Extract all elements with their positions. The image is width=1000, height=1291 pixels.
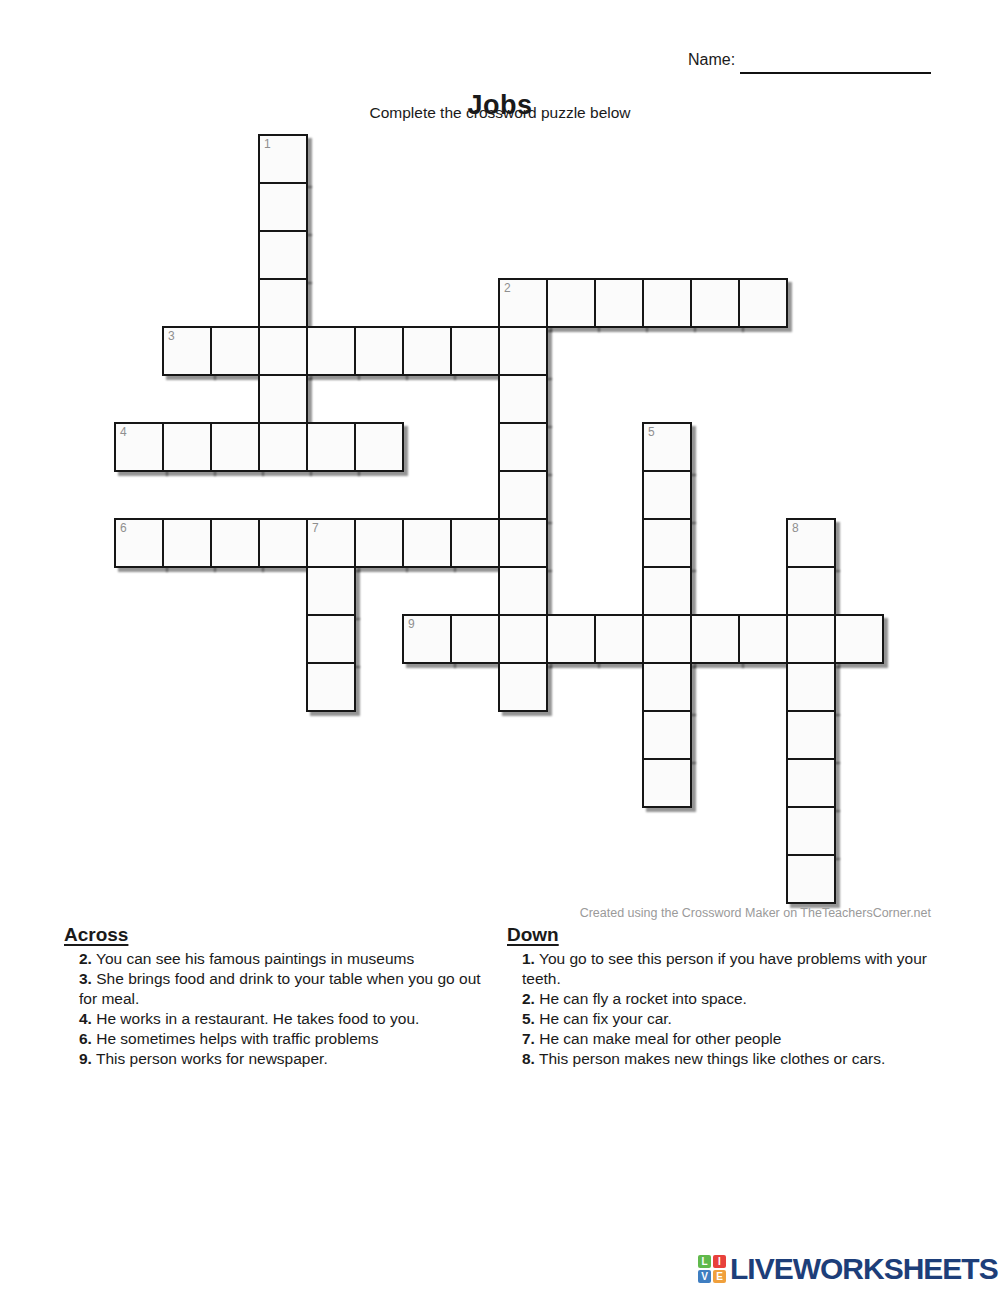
- cell-r6c4[interactable]: [306, 422, 356, 472]
- cell-r2c3[interactable]: [258, 230, 308, 280]
- cell-r10c9[interactable]: [546, 614, 596, 664]
- worksheet-page: Name: Jobs Complete the crossword puzzle…: [0, 0, 1000, 1291]
- logo-square-l: L: [698, 1255, 711, 1268]
- attribution-text: Created using the Crossword Maker on The…: [0, 906, 931, 920]
- clue-number-6: 6: [120, 522, 127, 534]
- cell-r13c11[interactable]: [642, 758, 692, 808]
- cell-r10c14[interactable]: [786, 614, 836, 664]
- cell-r6c5[interactable]: [354, 422, 404, 472]
- cell-r3c12[interactable]: [690, 278, 740, 328]
- cell-r13c14[interactable]: [786, 758, 836, 808]
- cell-r12c14[interactable]: [786, 710, 836, 760]
- cell-r4c6[interactable]: [402, 326, 452, 376]
- cell-r10c15[interactable]: [834, 614, 884, 664]
- cell-r9c14[interactable]: [786, 566, 836, 616]
- across-clue-9: 9. This person works for newspaper.: [79, 1049, 484, 1069]
- clue-number-7: 7: [312, 522, 319, 534]
- down-heading: Down: [507, 924, 932, 946]
- cell-r10c4[interactable]: [306, 614, 356, 664]
- down-clues-section: Down 1. You go to see this person if you…: [507, 924, 932, 1069]
- cell-r10c6[interactable]: 9: [402, 614, 452, 664]
- liveworksheets-icon: LIVE: [698, 1255, 726, 1283]
- clue-number-9: 9: [408, 618, 415, 630]
- cell-r4c3[interactable]: [258, 326, 308, 376]
- cell-r4c5[interactable]: [354, 326, 404, 376]
- cell-r3c11[interactable]: [642, 278, 692, 328]
- clue-number-4: 4: [120, 426, 127, 438]
- clue-number-2: 2: [504, 282, 511, 294]
- cell-r4c8[interactable]: [498, 326, 548, 376]
- cell-r8c11[interactable]: [642, 518, 692, 568]
- cell-r8c0[interactable]: 6: [114, 518, 164, 568]
- crossword-grid: 123456789: [114, 134, 886, 906]
- cell-r11c4[interactable]: [306, 662, 356, 712]
- cell-r7c11[interactable]: [642, 470, 692, 520]
- name-input-line[interactable]: [740, 42, 931, 74]
- cell-r5c3[interactable]: [258, 374, 308, 424]
- cell-r4c7[interactable]: [450, 326, 500, 376]
- cell-r8c6[interactable]: [402, 518, 452, 568]
- cell-r6c3[interactable]: [258, 422, 308, 472]
- down-clue-8: 8. This person makes new things like clo…: [522, 1049, 932, 1069]
- cell-r8c2[interactable]: [210, 518, 260, 568]
- cell-r4c4[interactable]: [306, 326, 356, 376]
- across-clue-4: 4. He works in a restaurant. He takes fo…: [79, 1009, 484, 1029]
- cell-r8c3[interactable]: [258, 518, 308, 568]
- cell-r6c2[interactable]: [210, 422, 260, 472]
- cell-r3c10[interactable]: [594, 278, 644, 328]
- cell-r8c8[interactable]: [498, 518, 548, 568]
- across-clues-section: Across 2. You can see his famous paintin…: [64, 924, 484, 1069]
- cell-r8c4[interactable]: 7: [306, 518, 356, 568]
- cell-r6c11[interactable]: 5: [642, 422, 692, 472]
- cell-r5c8[interactable]: [498, 374, 548, 424]
- cell-r3c13[interactable]: [738, 278, 788, 328]
- name-label: Name:: [688, 51, 735, 69]
- cell-r8c1[interactable]: [162, 518, 212, 568]
- cell-r9c8[interactable]: [498, 566, 548, 616]
- liveworksheets-wordmark: LIVEWORKSHEETS: [730, 1252, 998, 1286]
- cell-r14c14[interactable]: [786, 806, 836, 856]
- cell-r9c11[interactable]: [642, 566, 692, 616]
- down-clue-1: 1. You go to see this person if you have…: [522, 949, 932, 989]
- across-clues-list: 2. You can see his famous paintings in m…: [64, 949, 484, 1069]
- clue-number-5: 5: [648, 426, 655, 438]
- cell-r10c10[interactable]: [594, 614, 644, 664]
- logo-square-i: I: [713, 1255, 726, 1268]
- cell-r11c8[interactable]: [498, 662, 548, 712]
- cell-r3c9[interactable]: [546, 278, 596, 328]
- cell-r0c3[interactable]: 1: [258, 134, 308, 184]
- cell-r8c5[interactable]: [354, 518, 404, 568]
- cell-r8c7[interactable]: [450, 518, 500, 568]
- cell-r4c2[interactable]: [210, 326, 260, 376]
- logo-square-e: E: [713, 1270, 726, 1283]
- cell-r9c4[interactable]: [306, 566, 356, 616]
- cell-r8c14[interactable]: 8: [786, 518, 836, 568]
- cell-r6c8[interactable]: [498, 422, 548, 472]
- cell-r6c0[interactable]: 4: [114, 422, 164, 472]
- across-clue-6: 6. He sometimes helps with traffic probl…: [79, 1029, 484, 1049]
- across-heading: Across: [64, 924, 484, 946]
- cell-r4c1[interactable]: 3: [162, 326, 212, 376]
- cell-r15c14[interactable]: [786, 854, 836, 904]
- cell-r10c7[interactable]: [450, 614, 500, 664]
- cell-r6c1[interactable]: [162, 422, 212, 472]
- cell-r3c3[interactable]: [258, 278, 308, 328]
- down-clue-2: 2. He can fly a rocket into space.: [522, 989, 932, 1009]
- cell-r10c11[interactable]: [642, 614, 692, 664]
- down-clue-7: 7. He can make meal for other people: [522, 1029, 932, 1049]
- page-subtitle: Complete the crossword puzzle below: [0, 104, 1000, 122]
- clue-number-3: 3: [168, 330, 175, 342]
- logo-square-v: V: [698, 1270, 711, 1283]
- cell-r10c13[interactable]: [738, 614, 788, 664]
- clue-number-1: 1: [264, 138, 271, 150]
- cell-r7c8[interactable]: [498, 470, 548, 520]
- across-clue-3: 3. She brings food and drink to your tab…: [79, 969, 484, 1009]
- cell-r11c14[interactable]: [786, 662, 836, 712]
- across-clue-2: 2. You can see his famous paintings in m…: [79, 949, 484, 969]
- cell-r10c8[interactable]: [498, 614, 548, 664]
- cell-r10c12[interactable]: [690, 614, 740, 664]
- cell-r1c3[interactable]: [258, 182, 308, 232]
- down-clue-5: 5. He can fix your car.: [522, 1009, 932, 1029]
- cell-r3c8[interactable]: 2: [498, 278, 548, 328]
- cell-r12c11[interactable]: [642, 710, 692, 760]
- liveworksheets-logo: LIVE LIVEWORKSHEETS: [698, 1250, 998, 1288]
- cell-r11c11[interactable]: [642, 662, 692, 712]
- down-clues-list: 1. You go to see this person if you have…: [507, 949, 932, 1069]
- clue-number-8: 8: [792, 522, 799, 534]
